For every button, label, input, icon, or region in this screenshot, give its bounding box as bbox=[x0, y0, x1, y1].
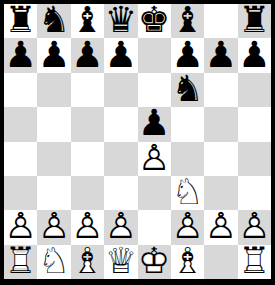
piece-white-pawn: ♙ bbox=[71, 209, 103, 245]
square-b5[interactable] bbox=[37, 107, 70, 141]
piece-white-pawn-fill: ♟ bbox=[138, 140, 170, 176]
square-c4[interactable] bbox=[71, 142, 104, 176]
square-a6[interactable] bbox=[4, 73, 37, 107]
piece-white-bishop: ♗ bbox=[71, 243, 103, 279]
piece-black-pawn: ♟ bbox=[5, 37, 37, 73]
square-g3[interactable] bbox=[204, 176, 237, 210]
piece-white-pawn-fill: ♟ bbox=[5, 209, 37, 245]
square-f5[interactable] bbox=[171, 107, 204, 141]
piece-white-pawn: ♙ bbox=[238, 209, 270, 245]
square-a2[interactable]: ♟♙ bbox=[4, 210, 37, 244]
piece-white-knight: ♘ bbox=[171, 174, 203, 210]
square-h1[interactable]: ♜♖ bbox=[238, 245, 271, 279]
piece-white-bishop-fill: ♝ bbox=[71, 243, 103, 279]
square-d5[interactable] bbox=[104, 107, 137, 141]
piece-white-pawn-fill: ♟ bbox=[238, 209, 270, 245]
square-e8[interactable]: ♚ bbox=[138, 4, 171, 38]
square-e7[interactable] bbox=[138, 38, 171, 72]
square-h8[interactable]: ♜ bbox=[238, 4, 271, 38]
square-g6[interactable] bbox=[204, 73, 237, 107]
square-d1[interactable]: ♛♕ bbox=[104, 245, 137, 279]
square-d2[interactable]: ♟♙ bbox=[104, 210, 137, 244]
square-b3[interactable] bbox=[37, 176, 70, 210]
piece-white-pawn: ♙ bbox=[5, 209, 37, 245]
square-h5[interactable] bbox=[238, 107, 271, 141]
piece-white-king: ♔ bbox=[138, 243, 170, 279]
piece-black-king: ♚ bbox=[138, 2, 170, 38]
square-a1[interactable]: ♜♖ bbox=[4, 245, 37, 279]
square-e2[interactable] bbox=[138, 210, 171, 244]
piece-white-knight-fill: ♞ bbox=[171, 174, 203, 210]
square-b2[interactable]: ♟♙ bbox=[37, 210, 70, 244]
piece-white-rook: ♖ bbox=[238, 243, 270, 279]
square-f8[interactable]: ♝ bbox=[171, 4, 204, 38]
piece-white-pawn: ♙ bbox=[138, 140, 170, 176]
piece-black-rook: ♜ bbox=[5, 2, 37, 38]
piece-white-queen-fill: ♛ bbox=[105, 243, 137, 279]
square-a4[interactable] bbox=[4, 142, 37, 176]
square-f6[interactable]: ♞ bbox=[171, 73, 204, 107]
square-f2[interactable]: ♟♙ bbox=[171, 210, 204, 244]
piece-black-rook: ♜ bbox=[238, 2, 270, 38]
piece-white-pawn: ♙ bbox=[105, 209, 137, 245]
square-g1[interactable] bbox=[204, 245, 237, 279]
piece-white-pawn-fill: ♟ bbox=[71, 209, 103, 245]
piece-black-knight: ♞ bbox=[171, 71, 203, 107]
square-c7[interactable]: ♟ bbox=[71, 38, 104, 72]
piece-white-pawn-fill: ♟ bbox=[105, 209, 137, 245]
square-e3[interactable] bbox=[138, 176, 171, 210]
square-d6[interactable] bbox=[104, 73, 137, 107]
piece-white-pawn: ♙ bbox=[38, 209, 70, 245]
piece-black-pawn: ♟ bbox=[238, 37, 270, 73]
square-b7[interactable]: ♟ bbox=[37, 38, 70, 72]
square-f3[interactable]: ♞♘ bbox=[171, 176, 204, 210]
square-h3[interactable] bbox=[238, 176, 271, 210]
square-d8[interactable]: ♛ bbox=[104, 4, 137, 38]
piece-black-pawn: ♟ bbox=[105, 37, 137, 73]
square-f1[interactable]: ♝♗ bbox=[171, 245, 204, 279]
square-b4[interactable] bbox=[37, 142, 70, 176]
square-e5[interactable]: ♟ bbox=[138, 107, 171, 141]
piece-black-knight: ♞ bbox=[38, 2, 70, 38]
piece-black-pawn: ♟ bbox=[171, 37, 203, 73]
square-e4[interactable]: ♟♙ bbox=[138, 142, 171, 176]
piece-white-bishop-fill: ♝ bbox=[171, 243, 203, 279]
piece-white-knight-fill: ♞ bbox=[38, 243, 70, 279]
piece-white-pawn-fill: ♟ bbox=[38, 209, 70, 245]
piece-white-king-fill: ♚ bbox=[138, 243, 170, 279]
square-c6[interactable] bbox=[71, 73, 104, 107]
piece-black-queen: ♛ bbox=[105, 2, 137, 38]
square-h7[interactable]: ♟ bbox=[238, 38, 271, 72]
square-g5[interactable] bbox=[204, 107, 237, 141]
square-d4[interactable] bbox=[104, 142, 137, 176]
piece-white-pawn-fill: ♟ bbox=[171, 209, 203, 245]
square-a5[interactable] bbox=[4, 107, 37, 141]
square-c5[interactable] bbox=[71, 107, 104, 141]
piece-white-pawn: ♙ bbox=[205, 209, 237, 245]
piece-white-knight: ♘ bbox=[38, 243, 70, 279]
square-e6[interactable] bbox=[138, 73, 171, 107]
square-g4[interactable] bbox=[204, 142, 237, 176]
chess-board: ♜♞♝♛♚♝♜♟♟♟♟♟♟♟♞♟♟♙♞♘♟♙♟♙♟♙♟♙♟♙♟♙♟♙♜♖♞♘♝♗… bbox=[0, 0, 275, 285]
piece-white-pawn-fill: ♟ bbox=[205, 209, 237, 245]
square-h6[interactable] bbox=[238, 73, 271, 107]
square-c2[interactable]: ♟♙ bbox=[71, 210, 104, 244]
square-g8[interactable] bbox=[204, 4, 237, 38]
piece-white-rook-fill: ♜ bbox=[238, 243, 270, 279]
square-h2[interactable]: ♟♙ bbox=[238, 210, 271, 244]
square-c8[interactable]: ♝ bbox=[71, 4, 104, 38]
piece-black-bishop: ♝ bbox=[171, 2, 203, 38]
piece-black-pawn: ♟ bbox=[205, 37, 237, 73]
square-d7[interactable]: ♟ bbox=[104, 38, 137, 72]
piece-white-rook-fill: ♜ bbox=[5, 243, 37, 279]
square-c1[interactable]: ♝♗ bbox=[71, 245, 104, 279]
square-b6[interactable] bbox=[37, 73, 70, 107]
square-g7[interactable]: ♟ bbox=[204, 38, 237, 72]
piece-white-rook: ♖ bbox=[5, 243, 37, 279]
square-e1[interactable]: ♚♔ bbox=[138, 245, 171, 279]
square-c3[interactable] bbox=[71, 176, 104, 210]
piece-white-queen: ♕ bbox=[105, 243, 137, 279]
square-d3[interactable] bbox=[104, 176, 137, 210]
square-b8[interactable]: ♞ bbox=[37, 4, 70, 38]
square-b1[interactable]: ♞♘ bbox=[37, 245, 70, 279]
square-a7[interactable]: ♟ bbox=[4, 38, 37, 72]
piece-black-pawn: ♟ bbox=[71, 37, 103, 73]
piece-black-pawn: ♟ bbox=[138, 106, 170, 142]
square-f7[interactable]: ♟ bbox=[171, 38, 204, 72]
square-g2[interactable]: ♟♙ bbox=[204, 210, 237, 244]
square-a8[interactable]: ♜ bbox=[4, 4, 37, 38]
square-h4[interactable] bbox=[238, 142, 271, 176]
piece-black-pawn: ♟ bbox=[38, 37, 70, 73]
square-a3[interactable] bbox=[4, 176, 37, 210]
piece-black-bishop: ♝ bbox=[71, 2, 103, 38]
piece-white-bishop: ♗ bbox=[171, 243, 203, 279]
square-f4[interactable] bbox=[171, 142, 204, 176]
piece-white-pawn: ♙ bbox=[171, 209, 203, 245]
